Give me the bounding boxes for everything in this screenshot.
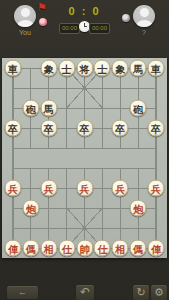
piece-black-elephant[interactable]: 象 xyxy=(40,60,57,77)
piece-black-cannon[interactable]: 砲 xyxy=(22,100,39,117)
back-button[interactable]: ← xyxy=(6,285,39,300)
piece-red-soldier[interactable]: 兵 xyxy=(5,180,22,197)
piece-black-elephant[interactable]: 象 xyxy=(112,60,129,77)
timer-right: 00:00 xyxy=(89,23,110,34)
red-side-badge xyxy=(39,18,47,26)
piece-red-advisor[interactable]: 仕 xyxy=(94,240,111,257)
piece-black-horse[interactable]: 馬 xyxy=(130,60,147,77)
undo-button[interactable]: ↶ xyxy=(75,284,95,300)
piece-black-advisor[interactable]: 士 xyxy=(58,60,75,77)
piece-red-elephant[interactable]: 相 xyxy=(40,240,57,257)
piece-red-cannon[interactable]: 炮 xyxy=(22,200,39,217)
top-bar: ⚑ You 0 : 0 00:00 00:00 ? xyxy=(0,0,169,58)
xiangqi-board[interactable]: 車象士将士象馬車砲馬砲卒卒卒卒卒兵兵兵兵兵炮炮俥傌相仕帥仕相傌俥 xyxy=(2,58,167,258)
restart-button[interactable]: ↻ xyxy=(132,284,150,300)
avatar-person-icon xyxy=(136,20,153,27)
player-left-name: You xyxy=(10,29,40,36)
piece-black-cannon[interactable]: 砲 xyxy=(130,100,147,117)
piece-red-soldier[interactable]: 兵 xyxy=(112,180,129,197)
piece-black-soldier[interactable]: 卒 xyxy=(5,120,22,137)
avatar-right[interactable] xyxy=(133,5,155,27)
piece-black-soldier[interactable]: 卒 xyxy=(112,120,129,137)
black-side-badge xyxy=(122,14,130,22)
piece-black-chariot[interactable]: 車 xyxy=(148,60,165,77)
piece-red-cannon[interactable]: 炮 xyxy=(130,200,147,217)
piece-black-general[interactable]: 将 xyxy=(76,60,93,77)
avatar-person-icon xyxy=(17,20,34,27)
piece-red-advisor[interactable]: 仕 xyxy=(58,240,75,257)
piece-black-soldier[interactable]: 卒 xyxy=(40,120,57,137)
piece-black-advisor[interactable]: 士 xyxy=(94,60,111,77)
timer-left: 00:00 xyxy=(59,23,80,34)
piece-black-soldier[interactable]: 卒 xyxy=(76,120,93,137)
piece-red-soldier[interactable]: 兵 xyxy=(76,180,93,197)
piece-black-horse[interactable]: 馬 xyxy=(40,100,57,117)
piece-black-chariot[interactable]: 車 xyxy=(5,60,22,77)
piece-red-horse[interactable]: 傌 xyxy=(22,240,39,257)
piece-red-elephant[interactable]: 相 xyxy=(112,240,129,257)
player-right-name: ? xyxy=(129,29,159,36)
piece-black-soldier[interactable]: 卒 xyxy=(148,120,165,137)
piece-red-general[interactable]: 帥 xyxy=(76,240,93,257)
piece-red-chariot[interactable]: 俥 xyxy=(148,240,165,257)
piece-red-soldier[interactable]: 兵 xyxy=(40,180,57,197)
piece-red-horse[interactable]: 傌 xyxy=(130,240,147,257)
settings-button[interactable]: ⚙ xyxy=(150,284,168,300)
avatar-person-icon xyxy=(140,8,149,17)
xiangqi-app: ⚑ You 0 : 0 00:00 00:00 ? 車象士将士象馬車砲馬砲卒卒卒… xyxy=(0,0,169,300)
piece-red-chariot[interactable]: 俥 xyxy=(5,240,22,257)
piece-red-soldier[interactable]: 兵 xyxy=(148,180,165,197)
